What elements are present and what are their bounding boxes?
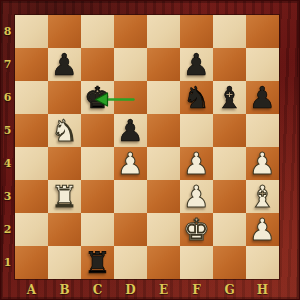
square-h7[interactable] [246, 48, 279, 81]
square-a6[interactable] [15, 81, 48, 114]
black-rook[interactable]: ♜ [81, 246, 114, 279]
square-e3[interactable] [147, 180, 180, 213]
square-g7[interactable] [213, 48, 246, 81]
square-d4[interactable]: ♟ [114, 147, 147, 180]
square-a8[interactable] [15, 15, 48, 48]
square-f5[interactable] [180, 114, 213, 147]
square-d7[interactable] [114, 48, 147, 81]
square-d2[interactable] [114, 213, 147, 246]
square-b5[interactable]: ♞ [48, 114, 81, 147]
square-h2[interactable]: ♟ [246, 213, 279, 246]
file-label-b: B [48, 279, 81, 300]
rank-label-4: 4 [0, 147, 15, 180]
white-knight[interactable]: ♞ [48, 114, 81, 147]
square-f3[interactable]: ♟ [180, 180, 213, 213]
black-pawn[interactable]: ♟ [246, 81, 279, 114]
square-c2[interactable] [81, 213, 114, 246]
rank-label-5: 5 [0, 114, 15, 147]
square-f6[interactable]: ♞ [180, 81, 213, 114]
square-e5[interactable] [147, 114, 180, 147]
square-b4[interactable] [48, 147, 81, 180]
square-a5[interactable] [15, 114, 48, 147]
square-c8[interactable] [81, 15, 114, 48]
square-g2[interactable] [213, 213, 246, 246]
white-pawn[interactable]: ♟ [246, 147, 279, 180]
square-h5[interactable] [246, 114, 279, 147]
square-a2[interactable] [15, 213, 48, 246]
square-b6[interactable] [48, 81, 81, 114]
square-c6[interactable]: ♚ [81, 81, 114, 114]
square-f7[interactable]: ♟ [180, 48, 213, 81]
square-a7[interactable] [15, 48, 48, 81]
rank-label-1: 1 [0, 246, 15, 279]
rank-label-8: 8 [0, 15, 15, 48]
square-c7[interactable] [81, 48, 114, 81]
square-d6[interactable] [114, 81, 147, 114]
square-e8[interactable] [147, 15, 180, 48]
square-f4[interactable]: ♟ [180, 147, 213, 180]
square-e4[interactable] [147, 147, 180, 180]
square-h6[interactable]: ♟ [246, 81, 279, 114]
chessboard: ♟♟♚♞♝♟♞♟♟♟♟♜♟♝♚♟♜ [15, 15, 279, 279]
square-d1[interactable] [114, 246, 147, 279]
file-label-a: A [15, 279, 48, 300]
square-c5[interactable] [81, 114, 114, 147]
square-g8[interactable] [213, 15, 246, 48]
square-c1[interactable]: ♜ [81, 246, 114, 279]
white-rook[interactable]: ♜ [48, 180, 81, 213]
black-bishop[interactable]: ♝ [213, 81, 246, 114]
square-c4[interactable] [81, 147, 114, 180]
white-pawn[interactable]: ♟ [180, 180, 213, 213]
square-a3[interactable] [15, 180, 48, 213]
square-d3[interactable] [114, 180, 147, 213]
black-pawn[interactable]: ♟ [180, 48, 213, 81]
black-pawn[interactable]: ♟ [48, 48, 81, 81]
file-label-g: G [213, 279, 246, 300]
square-f2[interactable]: ♚ [180, 213, 213, 246]
square-h8[interactable] [246, 15, 279, 48]
square-a1[interactable] [15, 246, 48, 279]
square-d5[interactable]: ♟ [114, 114, 147, 147]
white-pawn[interactable]: ♟ [180, 147, 213, 180]
white-pawn[interactable]: ♟ [246, 213, 279, 246]
file-label-e: E [147, 279, 180, 300]
square-c3[interactable] [81, 180, 114, 213]
black-pawn[interactable]: ♟ [114, 114, 147, 147]
square-e7[interactable] [147, 48, 180, 81]
rank-label-2: 2 [0, 213, 15, 246]
rank-label-3: 3 [0, 180, 15, 213]
black-king[interactable]: ♚ [81, 81, 114, 114]
square-f8[interactable] [180, 15, 213, 48]
file-label-h: H [246, 279, 279, 300]
square-e1[interactable] [147, 246, 180, 279]
board-frame: ♟♟♚♞♝♟♞♟♟♟♟♜♟♝♚♟♜ 87654321ABCDEFGH [0, 0, 300, 300]
white-pawn[interactable]: ♟ [114, 147, 147, 180]
square-b3[interactable]: ♜ [48, 180, 81, 213]
square-f1[interactable] [180, 246, 213, 279]
square-b2[interactable] [48, 213, 81, 246]
square-e6[interactable] [147, 81, 180, 114]
square-d8[interactable] [114, 15, 147, 48]
white-king[interactable]: ♚ [180, 213, 213, 246]
file-label-d: D [114, 279, 147, 300]
square-g5[interactable] [213, 114, 246, 147]
square-g1[interactable] [213, 246, 246, 279]
square-h4[interactable]: ♟ [246, 147, 279, 180]
square-a4[interactable] [15, 147, 48, 180]
rank-label-6: 6 [0, 81, 15, 114]
black-knight[interactable]: ♞ [180, 81, 213, 114]
square-b8[interactable] [48, 15, 81, 48]
square-b1[interactable] [48, 246, 81, 279]
square-g3[interactable] [213, 180, 246, 213]
file-label-c: C [81, 279, 114, 300]
square-b7[interactable]: ♟ [48, 48, 81, 81]
square-g4[interactable] [213, 147, 246, 180]
square-e2[interactable] [147, 213, 180, 246]
square-h1[interactable] [246, 246, 279, 279]
white-bishop[interactable]: ♝ [246, 180, 279, 213]
file-label-f: F [180, 279, 213, 300]
square-g6[interactable]: ♝ [213, 81, 246, 114]
square-h3[interactable]: ♝ [246, 180, 279, 213]
rank-label-7: 7 [0, 48, 15, 81]
